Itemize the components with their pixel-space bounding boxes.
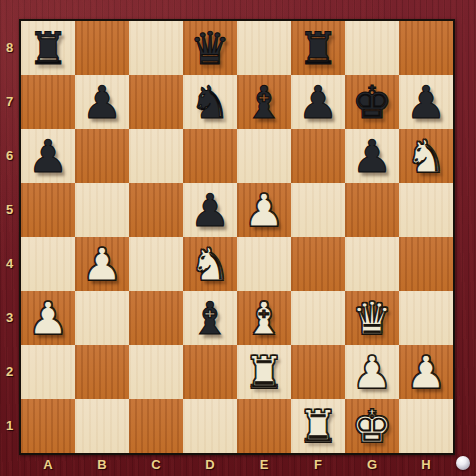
square-c7[interactable] — [129, 75, 183, 129]
square-a6[interactable]: ♟ — [21, 129, 75, 183]
black-bishop[interactable]: ♝ — [183, 291, 237, 345]
white-rook[interactable]: ♜ — [291, 399, 345, 453]
white-pawn[interactable]: ♟ — [237, 183, 291, 237]
square-b6[interactable] — [75, 129, 129, 183]
board-frame: ♜♛♜♟♞♝♟♚♟♟♟♞♟♟♟♞♟♝♝♛♜♟♟♜♚ 8 7 6 5 4 3 2 … — [0, 0, 476, 476]
square-a4[interactable] — [21, 237, 75, 291]
black-knight[interactable]: ♞ — [183, 75, 237, 129]
square-f5[interactable] — [291, 183, 345, 237]
white-rook[interactable]: ♜ — [237, 345, 291, 399]
square-e1[interactable] — [237, 399, 291, 453]
square-a5[interactable] — [21, 183, 75, 237]
square-c4[interactable] — [129, 237, 183, 291]
black-pawn[interactable]: ♟ — [399, 75, 453, 129]
square-f8[interactable]: ♜ — [291, 21, 345, 75]
square-c5[interactable] — [129, 183, 183, 237]
square-b8[interactable] — [75, 21, 129, 75]
rank-label-3: 3 — [0, 291, 19, 345]
square-a7[interactable] — [21, 75, 75, 129]
white-pawn[interactable]: ♟ — [399, 345, 453, 399]
white-pawn[interactable]: ♟ — [21, 291, 75, 345]
square-d5[interactable]: ♟ — [183, 183, 237, 237]
white-king[interactable]: ♚ — [345, 399, 399, 453]
white-knight[interactable]: ♞ — [399, 129, 453, 183]
square-b5[interactable] — [75, 183, 129, 237]
square-g3[interactable]: ♛ — [345, 291, 399, 345]
square-h6[interactable]: ♞ — [399, 129, 453, 183]
black-rook[interactable]: ♜ — [291, 21, 345, 75]
black-pawn[interactable]: ♟ — [345, 129, 399, 183]
file-label-e: E — [237, 455, 291, 476]
rank-label-1: 1 — [0, 399, 19, 453]
square-b7[interactable]: ♟ — [75, 75, 129, 129]
square-d6[interactable] — [183, 129, 237, 183]
file-label-b: B — [75, 455, 129, 476]
square-a3[interactable]: ♟ — [21, 291, 75, 345]
square-b2[interactable] — [75, 345, 129, 399]
square-e2[interactable]: ♜ — [237, 345, 291, 399]
square-f4[interactable] — [291, 237, 345, 291]
white-knight[interactable]: ♞ — [183, 237, 237, 291]
square-b4[interactable]: ♟ — [75, 237, 129, 291]
square-d8[interactable]: ♛ — [183, 21, 237, 75]
file-label-f: F — [291, 455, 345, 476]
square-g8[interactable] — [345, 21, 399, 75]
rank-label-5: 5 — [0, 183, 19, 237]
file-label-g: G — [345, 455, 399, 476]
square-g4[interactable] — [345, 237, 399, 291]
square-g5[interactable] — [345, 183, 399, 237]
black-king[interactable]: ♚ — [345, 75, 399, 129]
white-to-move-indicator-ball — [456, 456, 470, 470]
square-f7[interactable]: ♟ — [291, 75, 345, 129]
square-d2[interactable] — [183, 345, 237, 399]
file-label-h: H — [399, 455, 453, 476]
file-label-d: D — [183, 455, 237, 476]
board: ♜♛♜♟♞♝♟♚♟♟♟♞♟♟♟♞♟♝♝♛♜♟♟♜♚ — [19, 19, 455, 455]
square-e6[interactable] — [237, 129, 291, 183]
square-g2[interactable]: ♟ — [345, 345, 399, 399]
square-g7[interactable]: ♚ — [345, 75, 399, 129]
rank-label-8: 8 — [0, 21, 19, 75]
square-f3[interactable] — [291, 291, 345, 345]
square-e7[interactable]: ♝ — [237, 75, 291, 129]
square-c1[interactable] — [129, 399, 183, 453]
square-d1[interactable] — [183, 399, 237, 453]
square-d7[interactable]: ♞ — [183, 75, 237, 129]
square-h5[interactable] — [399, 183, 453, 237]
square-c8[interactable] — [129, 21, 183, 75]
square-f6[interactable] — [291, 129, 345, 183]
rank-label-4: 4 — [0, 237, 19, 291]
square-h7[interactable]: ♟ — [399, 75, 453, 129]
file-label-c: C — [129, 455, 183, 476]
square-d4[interactable]: ♞ — [183, 237, 237, 291]
file-label-a: A — [21, 455, 75, 476]
square-e8[interactable] — [237, 21, 291, 75]
rank-label-2: 2 — [0, 345, 19, 399]
rank-label-6: 6 — [0, 129, 19, 183]
black-pawn[interactable]: ♟ — [291, 75, 345, 129]
black-bishop[interactable]: ♝ — [237, 75, 291, 129]
square-a8[interactable]: ♜ — [21, 21, 75, 75]
white-bishop[interactable]: ♝ — [237, 291, 291, 345]
square-b3[interactable] — [75, 291, 129, 345]
square-h2[interactable]: ♟ — [399, 345, 453, 399]
square-e5[interactable]: ♟ — [237, 183, 291, 237]
square-e4[interactable] — [237, 237, 291, 291]
square-g1[interactable]: ♚ — [345, 399, 399, 453]
square-h8[interactable] — [399, 21, 453, 75]
square-b1[interactable] — [75, 399, 129, 453]
square-c3[interactable] — [129, 291, 183, 345]
square-g6[interactable]: ♟ — [345, 129, 399, 183]
square-f2[interactable] — [291, 345, 345, 399]
black-pawn[interactable]: ♟ — [75, 75, 129, 129]
square-a2[interactable] — [21, 345, 75, 399]
rank-label-7: 7 — [0, 75, 19, 129]
square-f1[interactable]: ♜ — [291, 399, 345, 453]
square-a1[interactable] — [21, 399, 75, 453]
black-pawn[interactable]: ♟ — [183, 183, 237, 237]
white-pawn[interactable]: ♟ — [345, 345, 399, 399]
square-c6[interactable] — [129, 129, 183, 183]
square-d3[interactable]: ♝ — [183, 291, 237, 345]
white-queen[interactable]: ♛ — [345, 291, 399, 345]
square-e3[interactable]: ♝ — [237, 291, 291, 345]
square-h3[interactable] — [399, 291, 453, 345]
square-c2[interactable] — [129, 345, 183, 399]
white-pawn[interactable]: ♟ — [75, 237, 129, 291]
square-h4[interactable] — [399, 237, 453, 291]
black-rook[interactable]: ♜ — [21, 21, 75, 75]
black-queen[interactable]: ♛ — [183, 21, 237, 75]
square-h1[interactable] — [399, 399, 453, 453]
black-pawn[interactable]: ♟ — [21, 129, 75, 183]
